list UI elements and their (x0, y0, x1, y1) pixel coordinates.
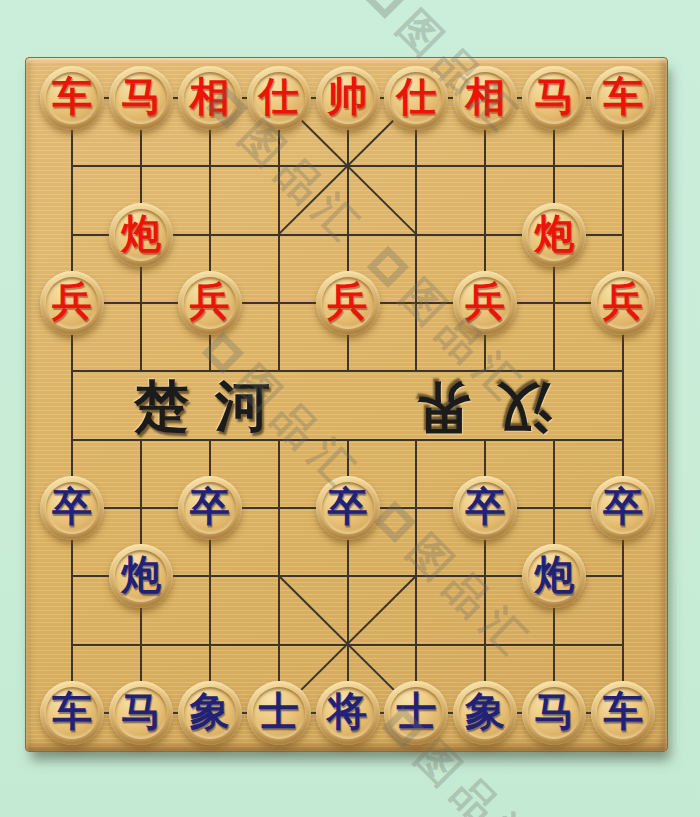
piece-label: 卒 (465, 487, 505, 527)
piece-black-soldier[interactable]: 卒 (40, 476, 104, 540)
piece-label: 炮 (534, 555, 574, 595)
piece-black-soldier[interactable]: 卒 (453, 476, 517, 540)
piece-black-general[interactable]: 将 (316, 681, 380, 745)
watermark-logo-icon (364, 0, 406, 19)
piece-black-chariot[interactable]: 车 (591, 681, 655, 745)
piece-label: 卒 (52, 487, 92, 527)
piece-label: 炮 (121, 555, 161, 595)
piece-label: 炮 (121, 214, 161, 254)
piece-label: 车 (52, 77, 92, 117)
piece-black-horse[interactable]: 马 (522, 681, 586, 745)
piece-black-cannon[interactable]: 炮 (522, 544, 586, 608)
piece-red-chariot[interactable]: 车 (591, 66, 655, 130)
piece-label: 兵 (603, 282, 643, 322)
piece-label: 车 (603, 692, 643, 732)
piece-red-soldier[interactable]: 兵 (591, 271, 655, 335)
piece-red-chariot[interactable]: 车 (40, 66, 104, 130)
piece-red-cannon[interactable]: 炮 (109, 203, 173, 267)
piece-label: 象 (190, 692, 230, 732)
piece-label: 兵 (52, 282, 92, 322)
piece-label: 帅 (328, 77, 368, 117)
piece-black-elephant[interactable]: 象 (178, 681, 242, 745)
xiangqi-board[interactable]: 楚河 汉界 车马相仕帅仕相马车炮炮兵兵兵兵兵卒卒卒卒卒炮炮车马象士将士象马车 (25, 57, 668, 752)
piece-label: 卒 (603, 487, 643, 527)
piece-label: 兵 (190, 282, 230, 322)
piece-label: 马 (121, 77, 161, 117)
piece-label: 士 (259, 692, 299, 732)
piece-black-cannon[interactable]: 炮 (109, 544, 173, 608)
piece-label: 将 (328, 692, 368, 732)
piece-red-horse[interactable]: 马 (522, 66, 586, 130)
piece-red-soldier[interactable]: 兵 (40, 271, 104, 335)
piece-label: 马 (534, 692, 574, 732)
piece-label: 象 (465, 692, 505, 732)
piece-black-elephant[interactable]: 象 (453, 681, 517, 745)
piece-label: 车 (603, 77, 643, 117)
piece-red-horse[interactable]: 马 (109, 66, 173, 130)
piece-label: 兵 (328, 282, 368, 322)
piece-black-chariot[interactable]: 车 (40, 681, 104, 745)
grid-line-vertical-outer (71, 97, 73, 714)
piece-label: 炮 (534, 214, 574, 254)
piece-black-advisor[interactable]: 士 (247, 681, 311, 745)
piece-black-soldier[interactable]: 卒 (178, 476, 242, 540)
piece-label: 卒 (190, 487, 230, 527)
piece-label: 马 (121, 692, 161, 732)
page-background: 楚河 汉界 车马相仕帅仕相马车炮炮兵兵兵兵兵卒卒卒卒卒炮炮车马象士将士象马车 图… (0, 0, 700, 817)
grid-line-vertical-outer (622, 97, 624, 714)
piece-red-cannon[interactable]: 炮 (522, 203, 586, 267)
piece-black-soldier[interactable]: 卒 (591, 476, 655, 540)
piece-red-general[interactable]: 帅 (316, 66, 380, 130)
piece-label: 车 (52, 692, 92, 732)
piece-label: 马 (534, 77, 574, 117)
piece-black-horse[interactable]: 马 (109, 681, 173, 745)
